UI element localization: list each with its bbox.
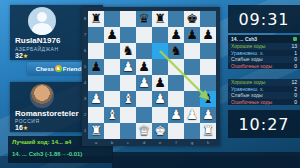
- square-a3[interactable]: ♟: [88, 91, 104, 107]
- square-d7[interactable]: [136, 27, 152, 43]
- square-b2[interactable]: ♝: [104, 107, 120, 123]
- square-g6[interactable]: [184, 43, 200, 59]
- square-d5[interactable]: ♟: [136, 59, 152, 75]
- black-rook-a8[interactable]: ♜: [88, 10, 104, 26]
- stat-label: Уравновеш. х.: [231, 50, 294, 56]
- stat-label: Хорошие ходы: [231, 43, 291, 49]
- square-d1[interactable]: ♛: [136, 123, 152, 139]
- square-f7[interactable]: ♟: [168, 27, 184, 43]
- white-pawn-a3[interactable]: ♟: [88, 90, 104, 106]
- star-icon: ★: [23, 53, 28, 59]
- stat-row: Уравновеш. х.2: [228, 86, 300, 93]
- square-e3[interactable]: ♟: [152, 91, 168, 107]
- square-f5[interactable]: [168, 59, 184, 75]
- square-h2[interactable]: ♟: [200, 107, 216, 123]
- square-g4[interactable]: [184, 75, 200, 91]
- square-e5[interactable]: [152, 59, 168, 75]
- square-e4[interactable]: ♟: [152, 75, 168, 91]
- square-f4[interactable]: [168, 75, 184, 91]
- square-b8[interactable]: [104, 11, 120, 27]
- square-h1[interactable]: ♜: [200, 123, 216, 139]
- square-b5[interactable]: [104, 59, 120, 75]
- square-h4[interactable]: [200, 75, 216, 91]
- stat-row: Хорошие ходы12: [228, 79, 300, 86]
- square-h3[interactable]: ♝: [200, 91, 216, 107]
- square-f2[interactable]: ♟: [168, 107, 184, 123]
- square-h6[interactable]: [200, 43, 216, 59]
- bottom-panel-strip: [112, 152, 300, 168]
- square-e8[interactable]: ♜: [152, 11, 168, 27]
- square-a7[interactable]: [88, 27, 104, 43]
- move-quality-indicator: [293, 37, 297, 41]
- white-pawn-c5[interactable]: ♟: [120, 58, 136, 74]
- black-pawn-h7[interactable]: ♟: [200, 26, 216, 42]
- square-d3[interactable]: [136, 91, 152, 107]
- white-pawn-e3[interactable]: ♟: [152, 90, 168, 106]
- last-move-text: 14. ... Сxh3: [231, 36, 293, 42]
- white-rook-a1[interactable]: ♜: [88, 122, 104, 138]
- square-g1[interactable]: [184, 123, 200, 139]
- white-pawn-f2[interactable]: ♟: [168, 106, 184, 122]
- white-pawn-g2[interactable]: ♟: [184, 106, 200, 122]
- stat-value: 2: [294, 86, 297, 92]
- black-pawn-e4[interactable]: ♟: [152, 74, 168, 90]
- stat-row: Слабые ходы0: [228, 92, 300, 99]
- square-a4[interactable]: [88, 75, 104, 91]
- white-pawn-d4[interactable]: ♟: [136, 74, 152, 90]
- clock-black: 09:31: [228, 5, 300, 33]
- file-label: g: [184, 139, 200, 146]
- square-a6[interactable]: [88, 43, 104, 59]
- stat-row: Ошибочные ходы0: [228, 63, 300, 70]
- square-e7[interactable]: [152, 27, 168, 43]
- white-rook-h1[interactable]: ♜: [200, 122, 216, 138]
- square-c4[interactable]: [120, 75, 136, 91]
- stat-row: Хорошие ходы13: [228, 43, 300, 50]
- square-a1[interactable]: ♜: [88, 123, 104, 139]
- white-pawn-h2[interactable]: ♟: [200, 106, 216, 122]
- square-d4[interactable]: ♟: [136, 75, 152, 91]
- square-g8[interactable]: ♚: [184, 11, 200, 27]
- file-label: a: [88, 139, 104, 146]
- square-d6[interactable]: [136, 43, 152, 59]
- square-e6[interactable]: [152, 43, 168, 59]
- stat-label: Слабые ходы: [231, 56, 294, 62]
- stat-row: Ошибочные ходы0: [228, 99, 300, 106]
- square-f1[interactable]: [168, 123, 184, 139]
- black-pawn-a5[interactable]: ♟: [88, 58, 104, 74]
- player-level-black: 32★: [15, 52, 28, 59]
- square-c5[interactable]: ♟: [120, 59, 136, 75]
- square-g3[interactable]: [184, 91, 200, 107]
- stat-row: Уравновеш. х.1: [228, 50, 300, 57]
- last-move-header: 14. ... Сxh3: [228, 35, 300, 43]
- best-move-line: Лучший ход: 14... a4: [12, 139, 71, 145]
- avatar-silhouette-icon: [37, 12, 47, 22]
- black-pawn-b7[interactable]: ♟: [104, 26, 120, 42]
- stat-label: Хорошие ходы: [231, 79, 291, 85]
- square-h7[interactable]: ♟: [200, 27, 216, 43]
- stat-label: Уравновеш. х.: [231, 86, 294, 92]
- square-a8[interactable]: ♜: [88, 11, 104, 27]
- white-queen-d1[interactable]: ♛: [136, 122, 152, 138]
- stat-label: Слабые ходы: [231, 92, 294, 98]
- stat-value: 12: [291, 79, 297, 85]
- square-g7[interactable]: ♟: [184, 27, 200, 43]
- square-b6[interactable]: [104, 43, 120, 59]
- black-knight-f6[interactable]: ♞: [168, 42, 184, 58]
- black-bishop-h3[interactable]: ♝: [200, 90, 216, 106]
- square-a2[interactable]: [88, 107, 104, 123]
- clock-white: 10:27: [228, 110, 300, 138]
- square-c6[interactable]: ♞: [120, 43, 136, 59]
- square-d8[interactable]: ♛: [136, 11, 152, 27]
- square-a5[interactable]: ♟: [88, 59, 104, 75]
- black-knight-c6[interactable]: ♞: [120, 42, 136, 58]
- chess-board[interactable]: ♜♛♜♚♟♟♟♟♞♞♟♟♟♟♟♟♝♟♝♝♟♟♟♜♛♚♜: [88, 11, 216, 139]
- square-c7[interactable]: [120, 27, 136, 43]
- file-label: c: [120, 139, 136, 146]
- square-h5[interactable]: [200, 59, 216, 75]
- file-label: d: [136, 139, 152, 146]
- stat-value: 0: [294, 56, 297, 62]
- stat-value: 0: [294, 63, 297, 69]
- move-stats-panel-white: Хорошие ходы12Уравновеш. х.2Слабые ходы0…: [228, 79, 300, 105]
- square-c3[interactable]: ♝: [120, 91, 136, 107]
- black-rook-e8[interactable]: ♜: [152, 10, 168, 26]
- avatar-black[interactable]: [28, 7, 56, 35]
- logo-text-left: Chess: [36, 66, 54, 72]
- stat-value: 0: [294, 92, 297, 98]
- file-labels: abcdefgh: [88, 139, 216, 146]
- white-bishop-b2[interactable]: ♝: [104, 106, 120, 122]
- star-icon: ★: [23, 125, 28, 131]
- clock-black-time: 09:31: [238, 10, 289, 29]
- player-level-white: 16★: [15, 124, 28, 131]
- stat-value: 0: [294, 99, 297, 105]
- white-bishop-c3[interactable]: ♝: [120, 90, 136, 106]
- file-label: f: [168, 139, 184, 146]
- move-stats-panel-black: 14. ... Сxh3 Хорошие ходы13Уравновеш. х.…: [228, 35, 300, 69]
- file-label: e: [152, 139, 168, 146]
- square-f8[interactable]: [168, 11, 184, 27]
- square-b3[interactable]: [104, 91, 120, 107]
- knight-emblem-icon: ♞: [55, 65, 62, 72]
- white-king-e1[interactable]: ♚: [152, 122, 168, 138]
- square-g2[interactable]: ♟: [184, 107, 200, 123]
- stat-row: Слабые ходы0: [228, 56, 300, 63]
- square-b1[interactable]: [104, 123, 120, 139]
- avatar-silhouette-icon: [32, 23, 52, 35]
- black-queen-d8[interactable]: ♛: [136, 10, 152, 26]
- square-c1[interactable]: [120, 123, 136, 139]
- stat-label: Ошибочные ходы: [231, 63, 294, 69]
- square-e2[interactable]: [152, 107, 168, 123]
- file-label: h: [200, 139, 216, 146]
- square-d2[interactable]: [136, 107, 152, 123]
- square-f6[interactable]: ♞: [168, 43, 184, 59]
- square-c2[interactable]: [120, 107, 136, 123]
- square-e1[interactable]: ♚: [152, 123, 168, 139]
- file-label: b: [104, 139, 120, 146]
- square-c8[interactable]: [120, 11, 136, 27]
- chess-board-frame: 87654321 ♜♛♜♚♟♟♟♟♞♞♟♟♟♟♟♟♝♟♝♝♟♟♟♜♛♚♜ abc…: [82, 7, 220, 146]
- square-g5[interactable]: [184, 59, 200, 75]
- avatar-white[interactable]: [30, 84, 54, 108]
- stat-value: 1: [294, 50, 297, 56]
- black-king-g8[interactable]: ♚: [184, 10, 200, 26]
- chess-app-window: RuslaN1976 АЗЕРБАЙДЖАН 32★ 1342 Chess ♞ …: [0, 0, 300, 168]
- black-pawn-g7[interactable]: ♟: [184, 26, 200, 42]
- stat-label: Ошибочные ходы: [231, 99, 294, 105]
- played-move-eval-line: 14. ... Сxh3 (-1.86→-0.01): [12, 151, 82, 157]
- clock-white-time: 10:27: [238, 115, 289, 134]
- square-b7[interactable]: ♟: [104, 27, 120, 43]
- black-pawn-f7[interactable]: ♟: [168, 26, 184, 42]
- square-h8[interactable]: [200, 11, 216, 27]
- black-pawn-d5[interactable]: ♟: [136, 58, 152, 74]
- stat-value: 13: [291, 43, 297, 49]
- square-b4[interactable]: [104, 75, 120, 91]
- square-f3[interactable]: [168, 91, 184, 107]
